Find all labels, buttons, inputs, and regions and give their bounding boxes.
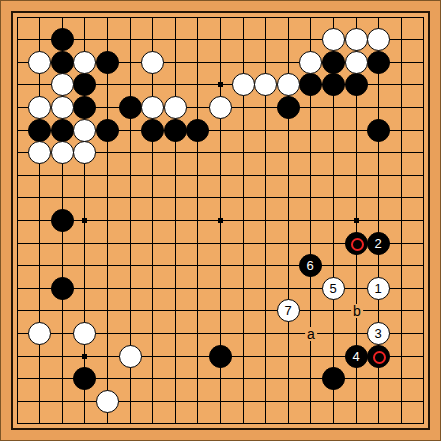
stone-black-D15 bbox=[73, 96, 96, 119]
move-number: 6 bbox=[306, 259, 313, 272]
stone-white-C16 bbox=[51, 73, 74, 96]
stone-black-B14 bbox=[28, 119, 51, 142]
grid-line-horizontal bbox=[17, 423, 424, 424]
stone-black-K4 bbox=[209, 345, 232, 368]
stone-white-O17 bbox=[299, 51, 322, 74]
board-label-a: a bbox=[305, 327, 317, 341]
stone-white-P7: 5 bbox=[322, 277, 345, 300]
stone-black-E14 bbox=[96, 119, 119, 142]
board-label-b: b bbox=[351, 304, 363, 318]
stone-white-L16 bbox=[232, 73, 255, 96]
grid-line-vertical bbox=[401, 17, 402, 424]
star-point bbox=[82, 218, 87, 223]
star-point bbox=[218, 82, 223, 87]
stone-black-Q9 bbox=[345, 232, 368, 255]
go-board: ab2645173 bbox=[11, 11, 430, 430]
stone-white-E2 bbox=[96, 390, 119, 413]
stone-black-O8: 6 bbox=[299, 254, 322, 277]
grid-line-vertical bbox=[423, 17, 424, 424]
stone-black-Q16 bbox=[345, 73, 368, 96]
star-point bbox=[354, 218, 359, 223]
move-number: 3 bbox=[374, 327, 381, 340]
stone-black-D16 bbox=[73, 73, 96, 96]
stone-white-B17 bbox=[28, 51, 51, 74]
grid-line-horizontal bbox=[17, 265, 424, 266]
stone-black-R17 bbox=[367, 51, 390, 74]
move-number: 4 bbox=[352, 350, 359, 363]
star-point bbox=[82, 354, 87, 359]
grid-line-horizontal bbox=[17, 401, 424, 402]
grid-line-horizontal bbox=[17, 288, 424, 289]
stone-white-B5 bbox=[28, 322, 51, 345]
stone-white-D5 bbox=[73, 322, 96, 345]
board-frame: ab2645173 bbox=[0, 0, 441, 441]
stone-white-M16 bbox=[254, 73, 277, 96]
stone-black-G14 bbox=[141, 119, 164, 142]
stone-black-J14 bbox=[186, 119, 209, 142]
move-number: 1 bbox=[374, 282, 381, 295]
stone-black-C18 bbox=[51, 28, 74, 51]
stone-black-F15 bbox=[119, 96, 142, 119]
stone-black-Q4: 4 bbox=[345, 345, 368, 368]
stone-white-Q18 bbox=[345, 28, 368, 51]
stone-black-R4 bbox=[367, 345, 390, 368]
grid-line-horizontal bbox=[17, 310, 424, 311]
stone-white-G15 bbox=[141, 96, 164, 119]
stone-black-D3 bbox=[73, 367, 96, 390]
star-point bbox=[218, 218, 223, 223]
stone-black-O16 bbox=[299, 73, 322, 96]
stone-white-D17 bbox=[73, 51, 96, 74]
move-number: 2 bbox=[374, 237, 381, 250]
stone-black-R14 bbox=[367, 119, 390, 142]
circle-mark bbox=[373, 351, 386, 364]
stone-white-B15 bbox=[28, 96, 51, 119]
stone-white-G17 bbox=[141, 51, 164, 74]
stone-white-R5: 3 bbox=[367, 322, 390, 345]
stone-white-C13 bbox=[51, 141, 74, 164]
stone-white-R7: 1 bbox=[367, 277, 390, 300]
stone-black-C10 bbox=[51, 209, 74, 232]
circle-mark bbox=[351, 238, 364, 251]
stone-white-N16 bbox=[277, 73, 300, 96]
stone-black-P17 bbox=[322, 51, 345, 74]
stone-black-R9: 2 bbox=[367, 232, 390, 255]
stone-white-P18 bbox=[322, 28, 345, 51]
stone-black-E17 bbox=[96, 51, 119, 74]
stone-white-N6: 7 bbox=[277, 299, 300, 322]
stone-black-N15 bbox=[277, 96, 300, 119]
stone-white-Q17 bbox=[345, 51, 368, 74]
stone-white-D14 bbox=[73, 119, 96, 142]
stone-white-B13 bbox=[28, 141, 51, 164]
stone-white-F4 bbox=[119, 345, 142, 368]
stone-black-H14 bbox=[164, 119, 187, 142]
move-number: 7 bbox=[284, 304, 291, 317]
stone-white-K15 bbox=[209, 96, 232, 119]
stone-white-H15 bbox=[164, 96, 187, 119]
stone-black-C14 bbox=[51, 119, 74, 142]
stone-black-P16 bbox=[322, 73, 345, 96]
stone-white-D13 bbox=[73, 141, 96, 164]
stone-white-C15 bbox=[51, 96, 74, 119]
stone-black-C7 bbox=[51, 277, 74, 300]
stone-white-R18 bbox=[367, 28, 390, 51]
stone-black-C17 bbox=[51, 51, 74, 74]
stone-black-P3 bbox=[322, 367, 345, 390]
move-number: 5 bbox=[329, 282, 336, 295]
